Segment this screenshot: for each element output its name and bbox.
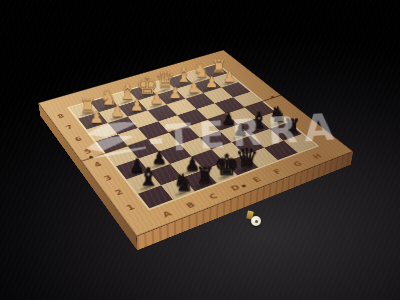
photo-background: { "game": "chess", "position": "RNBKQBNR… <box>0 0 400 300</box>
latch-hole <box>255 220 258 223</box>
chess-board: ♜♞♝♚♛♝♞♜♟♟♟♟♟♟♟♟♟♟♟♟♝♞♝♟♜♞♜♚♛ ABCDEFGH 8… <box>38 50 353 237</box>
scene: ♜♞♝♚♛♝♞♜♟♟♟♟♟♟♟♟♟♟♟♟♝♞♝♟♜♞♜♚♛ ABCDEFGH 8… <box>0 0 400 300</box>
